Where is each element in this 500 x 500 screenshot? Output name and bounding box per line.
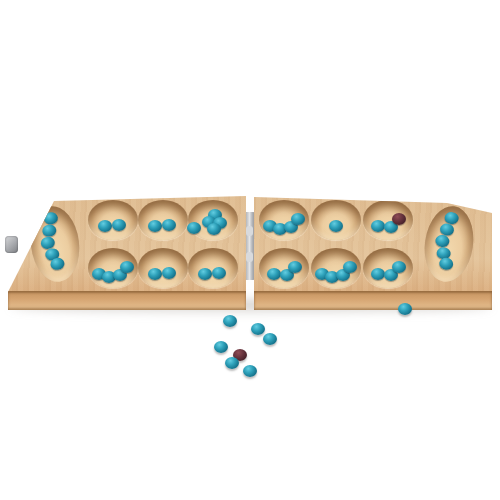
bead-teal [225, 357, 239, 369]
store-left [27, 203, 84, 284]
bead-teal [42, 223, 57, 237]
bead-teal [267, 268, 281, 280]
pit-near-6 [363, 248, 413, 288]
bead-teal [438, 256, 454, 270]
pit-far-3 [188, 200, 238, 240]
bead-teal [243, 365, 257, 377]
right-half-grid [254, 196, 496, 291]
bead-teal [98, 220, 112, 232]
bead-teal [187, 222, 201, 234]
pit-near-2 [138, 248, 188, 288]
bead-teal [371, 220, 385, 232]
bead-teal [148, 220, 162, 232]
pit-near-5 [311, 248, 361, 288]
bead-teal [398, 303, 412, 315]
bead-teal [291, 213, 305, 225]
bead-teal [40, 236, 55, 250]
store-right [420, 203, 478, 285]
bead-teal [50, 257, 65, 271]
left-half-grid [8, 196, 260, 291]
bead-teal [288, 261, 302, 273]
bead-teal [329, 220, 343, 232]
bead-teal [371, 268, 385, 280]
bead-teal [43, 211, 58, 225]
left-front-edge [8, 291, 246, 310]
pit-far-5 [311, 200, 361, 240]
bead-teal [214, 341, 228, 353]
bead-teal [198, 268, 212, 280]
pit-near-3 [188, 248, 238, 288]
pit-far-4 [259, 200, 309, 240]
clasp [5, 236, 18, 253]
bead-teal [162, 267, 176, 279]
pit-near-1 [88, 248, 138, 288]
bead-teal [112, 219, 126, 231]
bead-teal [148, 268, 162, 280]
bead-teal [392, 261, 406, 273]
mancala-photo-stage [0, 0, 500, 500]
board-half-left [8, 196, 246, 310]
pit-far-2 [138, 200, 188, 240]
pit-near-4 [259, 248, 309, 288]
bead-teal [212, 267, 226, 279]
bead-teal [343, 261, 357, 273]
bead-teal [120, 261, 134, 273]
bead-dark [392, 213, 406, 225]
board-half-right [254, 196, 492, 310]
pit-far-1 [88, 200, 138, 240]
right-front-edge [254, 291, 492, 310]
bead-teal [263, 333, 277, 345]
bead-teal [207, 223, 221, 235]
bead-teal [162, 219, 176, 231]
bead-teal [223, 315, 237, 327]
bead-teal [251, 323, 265, 335]
pit-far-6 [363, 200, 413, 240]
